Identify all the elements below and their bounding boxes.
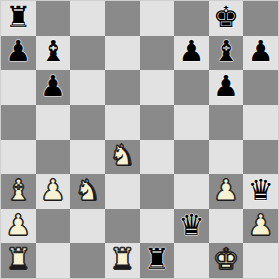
piece-white-rook[interactable]: ♜ [5,245,31,274]
square-e1[interactable]: ♜ [140,243,175,278]
square-f8[interactable] [174,1,209,36]
square-h8[interactable] [243,1,278,36]
square-f5[interactable] [174,105,209,140]
square-h5[interactable] [243,105,278,140]
square-b2[interactable] [36,209,71,244]
square-c2[interactable] [70,209,105,244]
square-a7[interactable]: ♟ [1,36,36,71]
square-a2[interactable]: ♟ [1,209,36,244]
piece-white-bishop[interactable]: ♝ [5,176,31,205]
square-a1[interactable]: ♜ [1,243,36,278]
square-h1[interactable] [243,243,278,278]
square-g3[interactable]: ♟ [209,174,244,209]
square-g7[interactable]: ♝ [209,36,244,71]
piece-black-rook[interactable]: ♜ [144,245,170,274]
square-g1[interactable]: ♚ [209,243,244,278]
square-c5[interactable] [70,105,105,140]
piece-white-pawn[interactable]: ♟ [40,176,66,205]
piece-white-knight[interactable]: ♞ [109,141,135,170]
piece-black-bishop[interactable]: ♝ [213,37,239,66]
piece-black-pawn[interactable]: ♟ [213,72,239,101]
square-d3[interactable] [105,174,140,209]
piece-black-rook[interactable]: ♜ [5,3,31,32]
square-f4[interactable] [174,140,209,175]
square-g6[interactable]: ♟ [209,70,244,105]
square-a5[interactable] [1,105,36,140]
square-b6[interactable]: ♟ [36,70,71,105]
square-a3[interactable]: ♝ [1,174,36,209]
square-d1[interactable]: ♜ [105,243,140,278]
square-e2[interactable] [140,209,175,244]
square-d6[interactable] [105,70,140,105]
square-g5[interactable] [209,105,244,140]
square-c7[interactable] [70,36,105,71]
square-b4[interactable] [36,140,71,175]
square-e8[interactable] [140,1,175,36]
piece-white-king[interactable]: ♚ [213,245,239,274]
square-f3[interactable] [174,174,209,209]
square-g4[interactable] [209,140,244,175]
square-d5[interactable] [105,105,140,140]
piece-white-knight[interactable]: ♞ [75,176,101,205]
square-h2[interactable]: ♟ [243,209,278,244]
square-f2[interactable]: ♛ [174,209,209,244]
square-g8[interactable]: ♚ [209,1,244,36]
piece-black-bishop[interactable]: ♝ [40,37,66,66]
square-b1[interactable] [36,243,71,278]
square-e4[interactable] [140,140,175,175]
square-d4[interactable]: ♞ [105,140,140,175]
square-c8[interactable] [70,1,105,36]
piece-black-pawn[interactable]: ♟ [248,37,274,66]
square-a6[interactable] [1,70,36,105]
square-g2[interactable] [209,209,244,244]
square-b5[interactable] [36,105,71,140]
square-c6[interactable] [70,70,105,105]
square-d7[interactable] [105,36,140,71]
square-e5[interactable] [140,105,175,140]
square-f7[interactable]: ♟ [174,36,209,71]
square-f1[interactable] [174,243,209,278]
square-h7[interactable]: ♟ [243,36,278,71]
chessboard: ♜♚♟♝♟♝♟♟♟♞♝♟♞♟♛♟♛♟♜♜♜♚ [1,1,278,278]
square-d2[interactable] [105,209,140,244]
piece-white-pawn[interactable]: ♟ [213,176,239,205]
square-f6[interactable] [174,70,209,105]
piece-black-king[interactable]: ♚ [213,3,239,32]
square-e7[interactable] [140,36,175,71]
square-c1[interactable] [70,243,105,278]
square-h3[interactable]: ♛ [243,174,278,209]
piece-white-pawn[interactable]: ♟ [5,211,31,240]
piece-black-pawn[interactable]: ♟ [40,72,66,101]
square-b3[interactable]: ♟ [36,174,71,209]
square-b7[interactable]: ♝ [36,36,71,71]
square-d8[interactable] [105,1,140,36]
square-a4[interactable] [1,140,36,175]
square-h6[interactable] [243,70,278,105]
square-a8[interactable]: ♜ [1,1,36,36]
square-c4[interactable] [70,140,105,175]
square-b8[interactable] [36,1,71,36]
square-c3[interactable]: ♞ [70,174,105,209]
piece-white-rook[interactable]: ♜ [109,245,135,274]
piece-black-pawn[interactable]: ♟ [178,37,204,66]
piece-white-pawn[interactable]: ♟ [248,211,274,240]
piece-black-queen[interactable]: ♛ [178,211,204,240]
square-h4[interactable] [243,140,278,175]
piece-black-pawn[interactable]: ♟ [5,37,31,66]
piece-black-queen[interactable]: ♛ [248,176,274,205]
square-e3[interactable] [140,174,175,209]
square-e6[interactable] [140,70,175,105]
chessboard-container: ♜♚♟♝♟♝♟♟♟♞♝♟♞♟♛♟♛♟♜♜♜♚ [0,0,279,279]
